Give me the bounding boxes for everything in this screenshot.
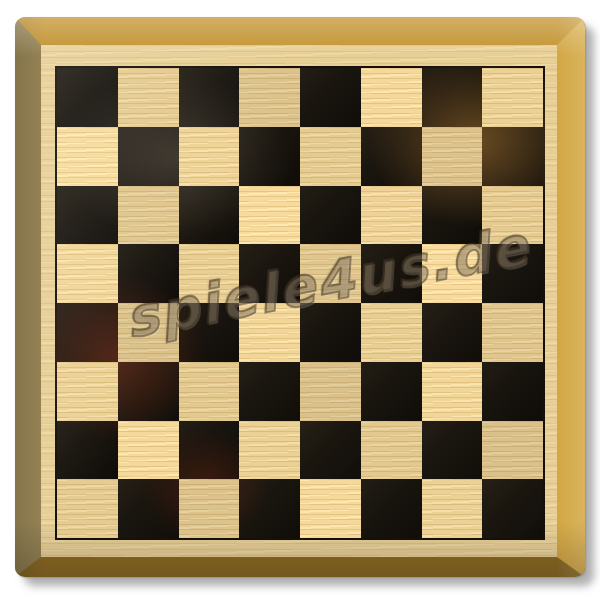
square-f6: [361, 186, 422, 245]
square-b3: [118, 362, 179, 421]
square-h2: [482, 421, 543, 480]
square-d4: [239, 303, 300, 362]
wooden-board: [15, 17, 585, 577]
square-c8: [179, 68, 240, 127]
square-c6: [179, 186, 240, 245]
square-g7: [422, 127, 483, 186]
square-f1: [361, 479, 422, 538]
square-h3: [482, 362, 543, 421]
square-g1: [422, 479, 483, 538]
square-f2: [361, 421, 422, 480]
square-b7: [118, 127, 179, 186]
square-a4: [57, 303, 118, 362]
square-c7: [179, 127, 240, 186]
square-b1: [118, 479, 179, 538]
square-e6: [300, 186, 361, 245]
square-a1: [57, 479, 118, 538]
square-a2: [57, 421, 118, 480]
square-e3: [300, 362, 361, 421]
square-f3: [361, 362, 422, 421]
square-d7: [239, 127, 300, 186]
square-d1: [239, 479, 300, 538]
square-g4: [422, 303, 483, 362]
square-c5: [179, 244, 240, 303]
square-h1: [482, 479, 543, 538]
square-h5: [482, 244, 543, 303]
square-h8: [482, 68, 543, 127]
square-a3: [57, 362, 118, 421]
square-b6: [118, 186, 179, 245]
square-c4: [179, 303, 240, 362]
checkerboard: [55, 66, 545, 540]
square-f7: [361, 127, 422, 186]
square-a7: [57, 127, 118, 186]
square-d2: [239, 421, 300, 480]
square-a8: [57, 68, 118, 127]
square-b2: [118, 421, 179, 480]
square-e4: [300, 303, 361, 362]
square-a6: [57, 186, 118, 245]
square-g6: [422, 186, 483, 245]
square-f5: [361, 244, 422, 303]
square-g2: [422, 421, 483, 480]
square-h6: [482, 186, 543, 245]
square-e5: [300, 244, 361, 303]
square-e2: [300, 421, 361, 480]
product-photo: spiele4us.de: [0, 0, 600, 600]
square-d8: [239, 68, 300, 127]
square-f4: [361, 303, 422, 362]
square-c2: [179, 421, 240, 480]
square-g3: [422, 362, 483, 421]
square-d5: [239, 244, 300, 303]
square-d6: [239, 186, 300, 245]
square-d3: [239, 362, 300, 421]
square-e8: [300, 68, 361, 127]
square-g5: [422, 244, 483, 303]
square-h7: [482, 127, 543, 186]
square-c3: [179, 362, 240, 421]
square-b5: [118, 244, 179, 303]
square-e7: [300, 127, 361, 186]
square-g8: [422, 68, 483, 127]
square-b8: [118, 68, 179, 127]
square-e1: [300, 479, 361, 538]
square-c1: [179, 479, 240, 538]
square-a5: [57, 244, 118, 303]
square-f8: [361, 68, 422, 127]
square-h4: [482, 303, 543, 362]
square-b4: [118, 303, 179, 362]
